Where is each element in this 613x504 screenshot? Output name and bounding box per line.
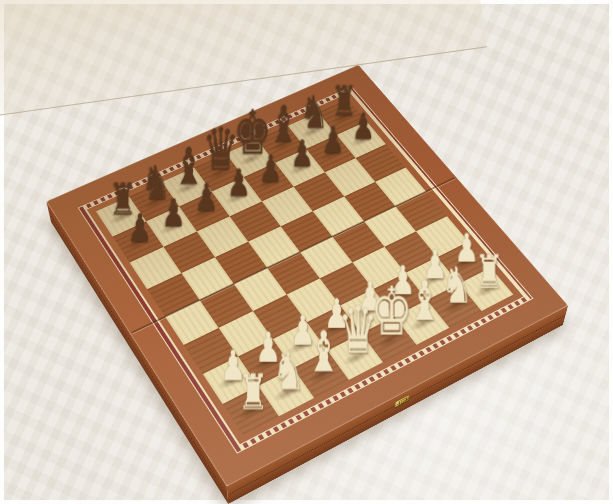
scene: ♜♞♝♛♚♝♞♜♟♟♟♟♟♟♟♟♟♟♟♟♟♟♟♟♜♞♝♛♚♝♞♜ (0, 0, 613, 504)
white-knight-glyph: ♞ (272, 348, 305, 396)
white-knight-glyph: ♞ (441, 264, 473, 309)
white-queen-glyph: ♛ (338, 302, 379, 360)
chess-set-photo: ♜♞♝♛♚♝♞♜♟♟♟♟♟♟♟♟♟♟♟♟♟♟♟♟♜♞♝♛♚♝♞♜ (0, 0, 613, 504)
brass-clasp (394, 394, 410, 408)
white-rook-glyph: ♜ (475, 251, 504, 292)
white-bishop-glyph: ♝ (306, 327, 342, 378)
chess-board: ♜♞♝♛♚♝♞♜♟♟♟♟♟♟♟♟♟♟♟♟♟♟♟♟♜♞♝♛♚♝♞♜ (46, 65, 568, 487)
white-rook-glyph: ♜ (238, 370, 269, 414)
